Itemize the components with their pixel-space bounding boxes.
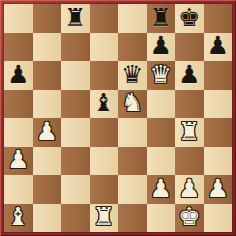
square-g1[interactable]: ♚ <box>175 204 204 233</box>
white-knight[interactable]: ♞ <box>118 90 147 119</box>
square-a8[interactable] <box>4 4 33 33</box>
square-f1[interactable] <box>147 204 176 233</box>
square-b8[interactable] <box>33 4 62 33</box>
square-d7[interactable] <box>90 33 119 62</box>
black-pawn[interactable]: ♟ <box>204 33 233 62</box>
square-a3[interactable]: ♟ <box>4 147 33 176</box>
square-d2[interactable] <box>90 175 119 204</box>
white-pawn[interactable]: ♟ <box>204 175 233 204</box>
square-g6[interactable]: ♟ <box>175 61 204 90</box>
square-d4[interactable] <box>90 118 119 147</box>
square-g2[interactable]: ♟ <box>175 175 204 204</box>
square-g8[interactable]: ♚ <box>175 4 204 33</box>
square-h1[interactable] <box>204 204 233 233</box>
square-h5[interactable] <box>204 90 233 119</box>
square-c7[interactable] <box>61 33 90 62</box>
square-e3[interactable] <box>118 147 147 176</box>
square-c5[interactable] <box>61 90 90 119</box>
white-bishop[interactable]: ♝ <box>4 204 33 233</box>
square-e1[interactable] <box>118 204 147 233</box>
black-pawn[interactable]: ♟ <box>147 33 176 62</box>
square-d3[interactable] <box>90 147 119 176</box>
white-pawn[interactable]: ♟ <box>175 175 204 204</box>
black-queen[interactable]: ♛ <box>118 61 147 90</box>
square-h2[interactable]: ♟ <box>204 175 233 204</box>
square-c6[interactable] <box>61 61 90 90</box>
square-e4[interactable] <box>118 118 147 147</box>
black-pawn[interactable]: ♟ <box>4 61 33 90</box>
square-b1[interactable] <box>33 204 62 233</box>
square-b2[interactable] <box>33 175 62 204</box>
square-d1[interactable]: ♜ <box>90 204 119 233</box>
black-king[interactable]: ♚ <box>175 4 204 33</box>
square-c2[interactable] <box>61 175 90 204</box>
white-king[interactable]: ♚ <box>175 204 204 233</box>
square-c4[interactable] <box>61 118 90 147</box>
square-a5[interactable] <box>4 90 33 119</box>
black-rook[interactable]: ♜ <box>61 4 90 33</box>
square-g4[interactable]: ♜ <box>175 118 204 147</box>
square-e6[interactable]: ♛ <box>118 61 147 90</box>
square-h3[interactable] <box>204 147 233 176</box>
square-c8[interactable]: ♜ <box>61 4 90 33</box>
square-e2[interactable] <box>118 175 147 204</box>
square-g3[interactable] <box>175 147 204 176</box>
chess-board: ♜♜♚♟♟♟♛♛♟♝♞♟♜♟♟♟♟♝♜♚ <box>4 4 232 232</box>
square-c3[interactable] <box>61 147 90 176</box>
square-e7[interactable] <box>118 33 147 62</box>
square-b7[interactable] <box>33 33 62 62</box>
square-f4[interactable] <box>147 118 176 147</box>
square-a7[interactable] <box>4 33 33 62</box>
square-f6[interactable]: ♛ <box>147 61 176 90</box>
white-pawn[interactable]: ♟ <box>33 118 62 147</box>
square-b5[interactable] <box>33 90 62 119</box>
white-rook[interactable]: ♜ <box>175 118 204 147</box>
square-h8[interactable] <box>204 4 233 33</box>
black-pawn[interactable]: ♟ <box>175 61 204 90</box>
square-b6[interactable] <box>33 61 62 90</box>
square-d5[interactable]: ♝ <box>90 90 119 119</box>
square-e8[interactable] <box>118 4 147 33</box>
board-frame: ♜♜♚♟♟♟♛♛♟♝♞♟♜♟♟♟♟♝♜♚ <box>0 0 236 236</box>
square-h4[interactable] <box>204 118 233 147</box>
white-rook[interactable]: ♜ <box>90 204 119 233</box>
square-f8[interactable]: ♜ <box>147 4 176 33</box>
square-b3[interactable] <box>33 147 62 176</box>
square-d8[interactable] <box>90 4 119 33</box>
square-g5[interactable] <box>175 90 204 119</box>
square-a6[interactable]: ♟ <box>4 61 33 90</box>
square-h7[interactable]: ♟ <box>204 33 233 62</box>
square-a2[interactable] <box>4 175 33 204</box>
square-d6[interactable] <box>90 61 119 90</box>
white-pawn[interactable]: ♟ <box>147 175 176 204</box>
square-f7[interactable]: ♟ <box>147 33 176 62</box>
square-a1[interactable]: ♝ <box>4 204 33 233</box>
white-queen[interactable]: ♛ <box>147 61 176 90</box>
black-rook[interactable]: ♜ <box>147 4 176 33</box>
square-b4[interactable]: ♟ <box>33 118 62 147</box>
square-g7[interactable] <box>175 33 204 62</box>
square-f5[interactable] <box>147 90 176 119</box>
white-pawn[interactable]: ♟ <box>4 147 33 176</box>
black-bishop[interactable]: ♝ <box>90 90 119 119</box>
square-c1[interactable] <box>61 204 90 233</box>
square-h6[interactable] <box>204 61 233 90</box>
square-f3[interactable] <box>147 147 176 176</box>
square-e5[interactable]: ♞ <box>118 90 147 119</box>
square-f2[interactable]: ♟ <box>147 175 176 204</box>
square-a4[interactable] <box>4 118 33 147</box>
